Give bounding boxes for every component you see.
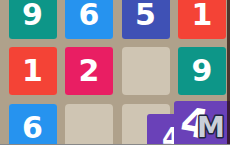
- tile-1[interactable]: 1: [178, 0, 226, 39]
- empty-cell: [122, 47, 170, 95]
- tile-digit: 6: [79, 0, 100, 30]
- tile-digit: 5: [135, 0, 156, 30]
- game-board: 9651129644 M: [0, 0, 230, 144]
- tile-9[interactable]: 9: [9, 0, 57, 39]
- svg-text:M: M: [197, 111, 225, 144]
- tile-digit: 6: [22, 113, 43, 143]
- tile-digit: 1: [192, 0, 213, 30]
- tile-9[interactable]: 9: [178, 47, 226, 95]
- tile-digit: 9: [22, 0, 43, 30]
- tile-6[interactable]: 6: [9, 104, 57, 145]
- tile-1[interactable]: 1: [9, 47, 57, 95]
- tile-6[interactable]: 6: [65, 0, 113, 39]
- watermark-m-icon: M: [190, 110, 230, 144]
- tile-5[interactable]: 5: [122, 0, 170, 39]
- tile-digit: 1: [22, 56, 43, 86]
- tile-2[interactable]: 2: [65, 47, 113, 95]
- tile-digit: 2: [79, 56, 100, 86]
- site-watermark: M: [190, 110, 230, 144]
- tile-digit: 9: [192, 56, 213, 86]
- empty-cell: [65, 104, 113, 145]
